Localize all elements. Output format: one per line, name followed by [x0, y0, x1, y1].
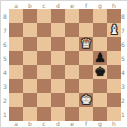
square-h5[interactable]	[107, 51, 121, 65]
square-b7[interactable]	[23, 23, 37, 37]
square-g1[interactable]	[93, 107, 107, 121]
square-g3[interactable]	[93, 79, 107, 93]
piece-white-queen: ♛	[80, 37, 92, 51]
square-c1[interactable]	[37, 107, 51, 121]
square-c5[interactable]	[37, 51, 51, 65]
square-e1[interactable]	[65, 107, 79, 121]
square-f8[interactable]	[79, 9, 93, 23]
square-a6[interactable]	[9, 37, 23, 51]
rank-labels-left: 87654321	[1, 9, 9, 121]
square-e5[interactable]	[65, 51, 79, 65]
square-c2[interactable]	[37, 93, 51, 107]
file-label-c: c	[37, 1, 51, 9]
square-e6[interactable]	[65, 37, 79, 51]
piece-white-king: ♚	[80, 93, 92, 107]
square-e4[interactable]	[65, 65, 79, 79]
rank-label-5: 5	[1, 51, 9, 65]
square-b2[interactable]	[23, 93, 37, 107]
file-label-a: a	[9, 1, 23, 9]
rank-label-3: 3	[1, 79, 9, 93]
square-e7[interactable]	[65, 23, 79, 37]
square-a5[interactable]	[9, 51, 23, 65]
square-b6[interactable]	[23, 37, 37, 51]
rank-label-8: 8	[1, 9, 9, 23]
chess-diagram: abcdefgh abcdefgh 87654321 87654321 ♝♛♟♚…	[0, 0, 128, 128]
piece-white-bishop: ♝	[108, 23, 120, 37]
square-f3[interactable]	[79, 79, 93, 93]
file-label-f: f	[79, 1, 93, 9]
rank-label-2: 2	[1, 93, 9, 107]
square-d2[interactable]	[51, 93, 65, 107]
square-d3[interactable]	[51, 79, 65, 93]
square-b8[interactable]	[23, 9, 37, 23]
square-h4[interactable]	[107, 65, 121, 79]
square-h8[interactable]	[107, 9, 121, 23]
square-c8[interactable]	[37, 9, 51, 23]
square-g6[interactable]	[93, 37, 107, 51]
square-a1[interactable]	[9, 107, 23, 121]
file-label-b: b	[23, 1, 37, 9]
square-d8[interactable]	[51, 9, 65, 23]
file-labels-top: abcdefgh	[9, 1, 121, 9]
square-b4[interactable]	[23, 65, 37, 79]
square-d5[interactable]	[51, 51, 65, 65]
square-g5[interactable]: ♟	[93, 51, 107, 65]
square-h1[interactable]	[107, 107, 121, 121]
square-h2[interactable]	[107, 93, 121, 107]
square-a2[interactable]	[9, 93, 23, 107]
square-c4[interactable]	[37, 65, 51, 79]
square-f1[interactable]	[79, 107, 93, 121]
piece-black-king: ♚	[94, 65, 106, 79]
square-h3[interactable]	[107, 79, 121, 93]
square-d7[interactable]	[51, 23, 65, 37]
square-d6[interactable]	[51, 37, 65, 51]
rank-label-7: 7	[1, 23, 9, 37]
square-f2[interactable]: ♚	[79, 93, 93, 107]
square-a8[interactable]	[9, 9, 23, 23]
chess-board: ♝♛♟♚♚	[9, 9, 121, 121]
square-a4[interactable]	[9, 65, 23, 79]
square-e2[interactable]	[65, 93, 79, 107]
square-f6[interactable]: ♛	[79, 37, 93, 51]
square-f5[interactable]	[79, 51, 93, 65]
square-d1[interactable]	[51, 107, 65, 121]
square-c7[interactable]	[37, 23, 51, 37]
file-label-e: e	[65, 1, 79, 9]
rank-label-4: 4	[1, 65, 9, 79]
file-label-g: g	[93, 1, 107, 9]
square-a3[interactable]	[9, 79, 23, 93]
square-h6[interactable]	[107, 37, 121, 51]
square-b3[interactable]	[23, 79, 37, 93]
square-f7[interactable]	[79, 23, 93, 37]
square-b1[interactable]	[23, 107, 37, 121]
piece-black-pawn: ♟	[94, 51, 106, 65]
square-g8[interactable]	[93, 9, 107, 23]
square-g2[interactable]	[93, 93, 107, 107]
rank-label-6: 6	[1, 37, 9, 51]
square-f4[interactable]	[79, 65, 93, 79]
square-e3[interactable]	[65, 79, 79, 93]
rank-label-1: 1	[1, 107, 9, 121]
square-h7[interactable]: ♝	[107, 23, 121, 37]
square-c3[interactable]	[37, 79, 51, 93]
square-e8[interactable]	[65, 9, 79, 23]
square-b5[interactable]	[23, 51, 37, 65]
file-label-h: h	[107, 1, 121, 9]
square-d4[interactable]	[51, 65, 65, 79]
square-g7[interactable]	[93, 23, 107, 37]
square-a7[interactable]	[9, 23, 23, 37]
square-c6[interactable]	[37, 37, 51, 51]
file-label-d: d	[51, 1, 65, 9]
square-g4[interactable]: ♚	[93, 65, 107, 79]
